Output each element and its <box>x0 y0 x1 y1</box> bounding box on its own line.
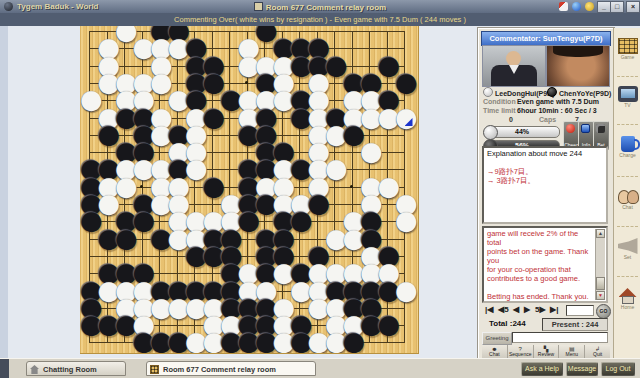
world-icon[interactable] <box>572 2 581 11</box>
white-stone: ● <box>185 333 203 351</box>
nav-back-button[interactable]: ◀ <box>513 305 519 314</box>
setting-button[interactable]: Set <box>614 238 640 260</box>
info-icon <box>581 124 590 133</box>
chat-input[interactable] <box>512 332 608 343</box>
message-line <box>487 301 594 303</box>
room-icon <box>254 2 263 11</box>
app-window: Tygem Baduk - World Room 677 Comment rel… <box>0 0 640 378</box>
black-stone: ● <box>98 230 116 248</box>
move-explanation-box[interactable]: Explanation about move 244 →9路扑7目。 → 3路扑… <box>482 146 608 224</box>
black-stone: ● <box>150 333 168 351</box>
nav-last-button[interactable]: ▶| <box>550 305 558 314</box>
white-stone: ● <box>360 143 378 161</box>
white-stone: ● <box>343 230 361 248</box>
scroll-thumb[interactable] <box>596 277 605 290</box>
black-stone: ● <box>255 333 273 351</box>
message-line: game will receive 2% of the total <box>487 229 594 247</box>
message-line: Betting has ended. Thank you. <box>487 292 594 301</box>
nav-forward-button[interactable]: ▶ <box>524 305 530 314</box>
faces-icon <box>618 188 638 204</box>
move-navigation: |◀ ◀5 ◀ ▶ 5▶ ▶| GO <box>482 305 610 316</box>
white-stone: ● <box>203 333 221 351</box>
black-stone: ● <box>80 212 98 230</box>
alert-icon[interactable] <box>585 2 594 11</box>
present-move: Present : 244 <box>542 318 608 331</box>
cup-icon <box>621 136 635 152</box>
scroll-up-icon[interactable]: ▲ <box>596 229 605 238</box>
scroll-down-icon[interactable]: ▼ <box>596 291 605 300</box>
white-stone: ● <box>185 299 203 317</box>
message-box[interactable]: game will receive 2% of the totalpoints … <box>482 226 608 303</box>
black-stone: ● <box>150 230 168 248</box>
white-stone: ● <box>168 299 186 317</box>
message-line: points bet on the game. Thank you <box>487 247 594 265</box>
close-button[interactable]: × <box>626 1 640 13</box>
black-stone: ● <box>203 247 221 265</box>
go-board: ●●●●●●●●●●●●●●●●●●●●●●●●●●●●●●●●●●●●●●●●… <box>80 26 419 354</box>
white-slider-knob[interactable] <box>483 125 498 140</box>
sidebar-button-row: ☻Chat ?Sequence ▚Review ▤Menu ↲Quit <box>482 345 610 358</box>
white-stone: ● <box>325 333 343 351</box>
room-title: Room 677 Comment relay room <box>0 2 640 12</box>
cheer-ball-icon <box>566 124 575 133</box>
tab-chatting-room[interactable]: Chatting Room <box>26 361 126 376</box>
greeting-row: Greeting <box>482 332 610 344</box>
white-captures: 0 <box>509 116 513 123</box>
go-board-icon <box>618 38 638 54</box>
home-button[interactable]: Home <box>614 288 640 310</box>
black-player-name: ChenYoYe(P9D) <box>559 90 611 97</box>
nav-forward5-button[interactable]: 5▶ <box>535 305 546 314</box>
minimize-button[interactable]: _ <box>597 1 611 13</box>
move-number-input[interactable] <box>566 305 594 316</box>
black-player-row: ChenYoYe(P9D) <box>547 87 611 98</box>
title-bar: Tygem Baduk - World Room 677 Comment rel… <box>0 0 640 13</box>
taskbar-corner <box>0 359 9 378</box>
charge-button[interactable]: Charge <box>614 136 640 158</box>
white-stone: ● <box>395 282 413 300</box>
black-stone: ● <box>133 333 151 351</box>
house-icon <box>618 288 638 304</box>
totals-row: Total :244 Present : 244 <box>482 318 610 330</box>
black-stone: ● <box>203 178 221 196</box>
white-player-name: LeeDongHui(P9D) <box>495 90 555 97</box>
megaphone-icon <box>618 238 638 254</box>
skin-icon[interactable] <box>559 2 568 11</box>
right-toolbar: Game TV Charge Chat Set Home <box>613 28 640 358</box>
baduk-tv-button[interactable]: TV <box>614 86 640 108</box>
black-stone: ● <box>290 333 308 351</box>
white-stone-icon <box>483 87 493 97</box>
status-bar: Commenting Over( white wins by resignati… <box>0 13 640 26</box>
main-area: ●●●●●●●●●●●●●●●●●●●●●●●●●●●●●●●●●●●●●●●●… <box>0 26 640 358</box>
review-button[interactable]: ▚Review <box>534 345 560 358</box>
white-bet-slider[interactable]: 44% <box>484 126 560 138</box>
left-frame <box>0 26 8 358</box>
nav-first-button[interactable]: |◀ <box>485 305 493 314</box>
game-status-text: Commenting Over( white wins by resignati… <box>0 13 640 26</box>
quit-button[interactable]: ↲Quit <box>585 345 610 358</box>
white-stone: ● <box>378 109 396 127</box>
maximize-button[interactable]: □ <box>610 1 624 13</box>
black-stone-icon <box>547 87 557 97</box>
sequence-button[interactable]: ?Sequence <box>508 345 534 358</box>
taskbar: Chatting Room Room 677 Comment relay roo… <box>0 358 640 378</box>
black-stone: ● <box>238 126 256 144</box>
nav-back5-button[interactable]: ◀5 <box>498 305 509 314</box>
black-stone: ● <box>168 333 186 351</box>
explanation-title: Explanation about move 244 <box>487 149 603 158</box>
chat-button[interactable]: ☻Chat <box>482 345 508 358</box>
white-stone: ● <box>395 212 413 230</box>
tv-icon <box>618 86 638 102</box>
black-stone: ● <box>290 109 308 127</box>
white-player-row: LeeDongHui(P9D) <box>483 87 555 98</box>
sidebar: Commentator: SunTengyu(P7D) LeeDongHui(P… <box>478 28 614 360</box>
black-stone: ● <box>343 126 361 144</box>
star-point <box>350 185 353 188</box>
white-stone: ● <box>168 230 186 248</box>
black-stone: ● <box>378 316 396 334</box>
ask-help-button[interactable]: Ask a Help <box>521 362 563 376</box>
greeting-button[interactable]: Greeting <box>482 332 512 345</box>
game-room-button[interactable]: Game <box>614 38 640 60</box>
message-line <box>487 283 594 292</box>
black-stone: ● <box>80 316 98 334</box>
white-stone: ● <box>308 333 326 351</box>
black-player-photo <box>546 45 610 87</box>
message-scrollbar[interactable]: ▲ ▼ <box>595 229 605 300</box>
black-stone: ● <box>98 316 116 334</box>
house-tab-icon <box>30 365 39 374</box>
commentator-header: Commentator: SunTengyu(P7D) <box>481 31 611 46</box>
total-moves: Total :244 <box>489 319 526 328</box>
black-stone: ● <box>185 247 203 265</box>
explanation-line: → 3路扑7目。 <box>487 176 603 185</box>
bet-dice-icon <box>596 124 605 133</box>
white-player-photo <box>482 45 546 87</box>
message-button[interactable]: Message <box>566 362 598 376</box>
message-line: contributes to a good game. <box>487 274 594 283</box>
logout-button[interactable]: Log Out <box>601 362 635 376</box>
tab-room-677[interactable]: Room 677 Comment relay room <box>146 361 316 376</box>
white-stone: ● <box>238 57 256 75</box>
menu-button[interactable]: ▤Menu <box>559 345 585 358</box>
black-stone: ● <box>98 126 116 144</box>
white-stone: ● <box>80 91 98 109</box>
explanation-line: →9路扑7目。 <box>487 167 603 176</box>
go-button[interactable]: GO <box>596 304 611 319</box>
board-tab-icon <box>150 365 159 374</box>
message-lines: game will receive 2% of the totalpoints … <box>487 229 594 303</box>
message-line: for your co-operation that <box>487 265 594 274</box>
white-stone: ● <box>273 333 291 351</box>
friends-button[interactable]: Chat <box>614 188 640 210</box>
white-stone: ● <box>133 39 151 57</box>
black-stone: ● <box>115 316 133 334</box>
black-stone: ● <box>238 333 256 351</box>
black-stone: ● <box>343 333 361 351</box>
black-stone: ● <box>115 230 133 248</box>
black-stone: ● <box>220 333 238 351</box>
